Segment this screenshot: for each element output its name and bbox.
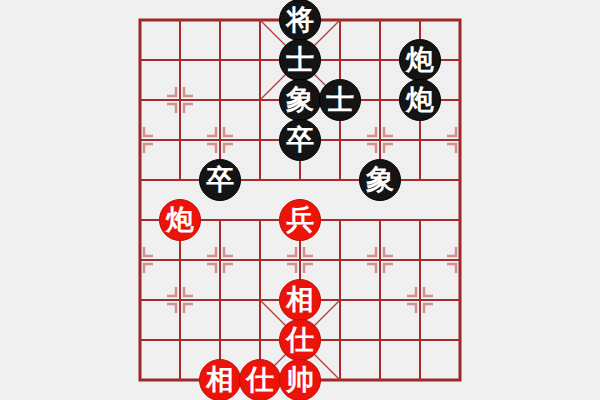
intersection-7-9[interactable]: [400, 360, 440, 400]
intersection-4-7[interactable]: 相: [280, 280, 320, 320]
intersection-7-5[interactable]: [400, 200, 440, 240]
intersection-3-6[interactable]: [240, 240, 280, 280]
intersection-3-0[interactable]: [240, 0, 280, 40]
intersection-7-8[interactable]: [400, 320, 440, 360]
intersection-2-2[interactable]: [200, 80, 240, 120]
intersection-1-9[interactable]: [160, 360, 200, 400]
intersection-1-7[interactable]: [160, 280, 200, 320]
piece-red-elephant[interactable]: 相: [199, 359, 241, 400]
intersection-3-3[interactable]: [240, 120, 280, 160]
intersection-5-6[interactable]: [320, 240, 360, 280]
intersection-3-8[interactable]: [240, 320, 280, 360]
intersection-4-9[interactable]: 帅: [280, 360, 320, 400]
intersection-4-3[interactable]: 卒: [280, 120, 320, 160]
piece-black-elephant[interactable]: 象: [359, 159, 401, 201]
piece-black-soldier[interactable]: 卒: [199, 159, 241, 201]
intersection-3-9[interactable]: 仕: [240, 360, 280, 400]
intersection-5-7[interactable]: [320, 280, 360, 320]
intersection-6-6[interactable]: [360, 240, 400, 280]
intersection-5-4[interactable]: [320, 160, 360, 200]
piece-black-elephant[interactable]: 象: [279, 79, 321, 121]
intersection-2-8[interactable]: [200, 320, 240, 360]
piece-black-advisor[interactable]: 士: [319, 79, 361, 121]
piece-red-soldier[interactable]: 兵: [279, 199, 321, 241]
intersection-0-0[interactable]: [120, 0, 160, 40]
intersection-1-5[interactable]: 炮: [160, 200, 200, 240]
intersection-0-1[interactable]: [120, 40, 160, 80]
intersection-5-9[interactable]: [320, 360, 360, 400]
piece-red-cannon[interactable]: 炮: [159, 199, 201, 241]
intersection-7-2[interactable]: 炮: [400, 80, 440, 120]
intersection-1-3[interactable]: [160, 120, 200, 160]
intersection-3-7[interactable]: [240, 280, 280, 320]
intersection-2-5[interactable]: [200, 200, 240, 240]
intersection-8-9[interactable]: [440, 360, 480, 400]
piece-black-general[interactable]: 将: [279, 0, 321, 41]
intersection-0-7[interactable]: [120, 280, 160, 320]
intersection-8-2[interactable]: [440, 80, 480, 120]
intersection-2-7[interactable]: [200, 280, 240, 320]
xiangqi-app: 将士炮象士炮卒卒象炮兵相仕相仕帅: [0, 0, 600, 400]
intersection-1-1[interactable]: [160, 40, 200, 80]
piece-black-advisor[interactable]: 士: [279, 39, 321, 81]
intersection-1-2[interactable]: [160, 80, 200, 120]
piece-red-advisor[interactable]: 仕: [279, 319, 321, 361]
intersection-4-6[interactable]: [280, 240, 320, 280]
piece-black-cannon[interactable]: 炮: [399, 79, 441, 121]
intersection-8-5[interactable]: [440, 200, 480, 240]
intersection-7-6[interactable]: [400, 240, 440, 280]
intersection-3-4[interactable]: [240, 160, 280, 200]
intersection-8-4[interactable]: [440, 160, 480, 200]
intersection-5-3[interactable]: [320, 120, 360, 160]
intersection-6-2[interactable]: [360, 80, 400, 120]
intersection-0-3[interactable]: [120, 120, 160, 160]
piece-black-cannon[interactable]: 炮: [399, 39, 441, 81]
intersection-4-0[interactable]: 将: [280, 0, 320, 40]
intersection-8-6[interactable]: [440, 240, 480, 280]
intersection-4-5[interactable]: 兵: [280, 200, 320, 240]
intersection-8-8[interactable]: [440, 320, 480, 360]
intersection-8-7[interactable]: [440, 280, 480, 320]
intersection-8-1[interactable]: [440, 40, 480, 80]
xiangqi-board: 将士炮象士炮卒卒象炮兵相仕相仕帅: [120, 0, 480, 400]
intersection-5-0[interactable]: [320, 0, 360, 40]
intersection-6-1[interactable]: [360, 40, 400, 80]
intersection-0-5[interactable]: [120, 200, 160, 240]
intersection-3-2[interactable]: [240, 80, 280, 120]
intersection-2-3[interactable]: [200, 120, 240, 160]
intersection-0-8[interactable]: [120, 320, 160, 360]
intersection-1-0[interactable]: [160, 0, 200, 40]
intersection-5-8[interactable]: [320, 320, 360, 360]
intersection-6-0[interactable]: [360, 0, 400, 40]
piece-red-general[interactable]: 帅: [279, 359, 321, 400]
intersection-4-8[interactable]: 仕: [280, 320, 320, 360]
intersection-6-8[interactable]: [360, 320, 400, 360]
intersection-5-5[interactable]: [320, 200, 360, 240]
intersection-0-4[interactable]: [120, 160, 160, 200]
intersection-2-9[interactable]: 相: [200, 360, 240, 400]
intersection-6-5[interactable]: [360, 200, 400, 240]
intersection-7-3[interactable]: [400, 120, 440, 160]
piece-black-soldier[interactable]: 卒: [279, 119, 321, 161]
intersection-1-4[interactable]: [160, 160, 200, 200]
intersection-3-1[interactable]: [240, 40, 280, 80]
intersection-6-3[interactable]: [360, 120, 400, 160]
intersection-0-6[interactable]: [120, 240, 160, 280]
intersection-7-0[interactable]: [400, 0, 440, 40]
intersection-4-4[interactable]: [280, 160, 320, 200]
piece-red-elephant[interactable]: 相: [279, 279, 321, 321]
intersection-2-6[interactable]: [200, 240, 240, 280]
intersection-7-4[interactable]: [400, 160, 440, 200]
intersection-2-4[interactable]: 卒: [200, 160, 240, 200]
intersection-4-1[interactable]: 士: [280, 40, 320, 80]
intersection-4-2[interactable]: 象: [280, 80, 320, 120]
intersection-1-6[interactable]: [160, 240, 200, 280]
intersection-8-0[interactable]: [440, 0, 480, 40]
intersection-6-7[interactable]: [360, 280, 400, 320]
intersection-7-1[interactable]: 炮: [400, 40, 440, 80]
intersection-5-1[interactable]: [320, 40, 360, 80]
intersection-0-9[interactable]: [120, 360, 160, 400]
intersection-2-1[interactable]: [200, 40, 240, 80]
intersection-7-7[interactable]: [400, 280, 440, 320]
intersection-2-0[interactable]: [200, 0, 240, 40]
intersection-6-9[interactable]: [360, 360, 400, 400]
intersection-8-3[interactable]: [440, 120, 480, 160]
intersection-3-5[interactable]: [240, 200, 280, 240]
intersection-5-2[interactable]: 士: [320, 80, 360, 120]
intersection-6-4[interactable]: 象: [360, 160, 400, 200]
piece-red-advisor[interactable]: 仕: [239, 359, 281, 400]
intersection-1-8[interactable]: [160, 320, 200, 360]
intersection-0-2[interactable]: [120, 80, 160, 120]
